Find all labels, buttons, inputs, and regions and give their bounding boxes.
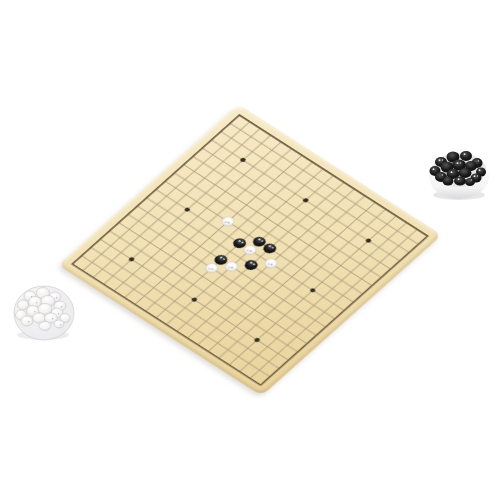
black-stones-bowl [426,142,492,202]
product-photo [0,0,500,500]
go-board [58,104,441,395]
go-board-grid [58,104,441,395]
white-stone [262,257,279,270]
white-stones-bowl [12,282,78,342]
white-stone [219,215,236,228]
black-stone [242,258,260,272]
